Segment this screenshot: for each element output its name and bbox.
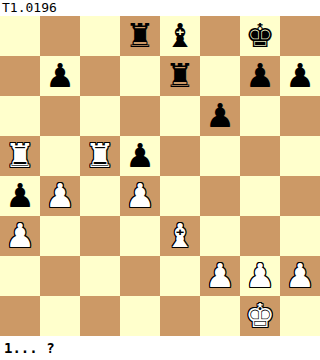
square-g6[interactable]: [240, 96, 280, 136]
white-pawn[interactable]: ♟: [5, 216, 35, 256]
square-e7[interactable]: ♜: [160, 56, 200, 96]
square-g1[interactable]: ♚: [240, 296, 280, 336]
square-b8[interactable]: [40, 16, 80, 56]
square-d5[interactable]: ♟: [120, 136, 160, 176]
square-a5[interactable]: ♜: [0, 136, 40, 176]
square-h4[interactable]: [280, 176, 320, 216]
square-a6[interactable]: [0, 96, 40, 136]
square-e5[interactable]: [160, 136, 200, 176]
square-b7[interactable]: ♟: [40, 56, 80, 96]
white-king[interactable]: ♚: [245, 296, 275, 336]
black-rook[interactable]: ♜: [165, 56, 195, 96]
chess-board: ♜♝♚♟♜♟♟♟♜♜♟♟♟♟♟♝♟♟♟♚: [0, 16, 320, 336]
square-f7[interactable]: [200, 56, 240, 96]
white-pawn[interactable]: ♟: [125, 176, 155, 216]
white-pawn[interactable]: ♟: [285, 256, 315, 296]
square-f5[interactable]: [200, 136, 240, 176]
square-a4[interactable]: ♟: [0, 176, 40, 216]
square-f8[interactable]: [200, 16, 240, 56]
black-king[interactable]: ♚: [245, 16, 275, 56]
square-c3[interactable]: [80, 216, 120, 256]
move-prompt: 1... ?: [0, 336, 320, 360]
black-pawn[interactable]: ♟: [5, 176, 35, 216]
white-rook[interactable]: ♜: [5, 136, 35, 176]
black-pawn[interactable]: ♟: [205, 96, 235, 136]
square-g4[interactable]: [240, 176, 280, 216]
black-rook[interactable]: ♜: [125, 16, 155, 56]
white-rook[interactable]: ♜: [85, 136, 115, 176]
square-d8[interactable]: ♜: [120, 16, 160, 56]
square-f1[interactable]: [200, 296, 240, 336]
black-pawn[interactable]: ♟: [245, 56, 275, 96]
black-bishop[interactable]: ♝: [165, 16, 195, 56]
square-e3[interactable]: ♝: [160, 216, 200, 256]
square-h6[interactable]: [280, 96, 320, 136]
square-b6[interactable]: [40, 96, 80, 136]
square-d2[interactable]: [120, 256, 160, 296]
square-c8[interactable]: [80, 16, 120, 56]
square-d7[interactable]: [120, 56, 160, 96]
white-pawn[interactable]: ♟: [205, 256, 235, 296]
square-c2[interactable]: [80, 256, 120, 296]
square-b4[interactable]: ♟: [40, 176, 80, 216]
square-h7[interactable]: ♟: [280, 56, 320, 96]
black-pawn[interactable]: ♟: [125, 136, 155, 176]
square-g2[interactable]: ♟: [240, 256, 280, 296]
square-e4[interactable]: [160, 176, 200, 216]
white-bishop[interactable]: ♝: [165, 216, 195, 256]
square-d3[interactable]: [120, 216, 160, 256]
square-d4[interactable]: ♟: [120, 176, 160, 216]
square-f2[interactable]: ♟: [200, 256, 240, 296]
square-a1[interactable]: [0, 296, 40, 336]
square-f6[interactable]: ♟: [200, 96, 240, 136]
square-g8[interactable]: ♚: [240, 16, 280, 56]
square-g7[interactable]: ♟: [240, 56, 280, 96]
square-h8[interactable]: [280, 16, 320, 56]
square-e8[interactable]: ♝: [160, 16, 200, 56]
square-a2[interactable]: [0, 256, 40, 296]
square-c4[interactable]: [80, 176, 120, 216]
white-pawn[interactable]: ♟: [45, 176, 75, 216]
square-c1[interactable]: [80, 296, 120, 336]
square-b1[interactable]: [40, 296, 80, 336]
square-b3[interactable]: [40, 216, 80, 256]
square-a7[interactable]: [0, 56, 40, 96]
square-d6[interactable]: [120, 96, 160, 136]
square-h5[interactable]: [280, 136, 320, 176]
puzzle-id-label: T1.0196: [0, 0, 320, 16]
square-h1[interactable]: [280, 296, 320, 336]
square-g5[interactable]: [240, 136, 280, 176]
square-e1[interactable]: [160, 296, 200, 336]
square-g3[interactable]: [240, 216, 280, 256]
square-b5[interactable]: [40, 136, 80, 176]
square-c7[interactable]: [80, 56, 120, 96]
square-f3[interactable]: [200, 216, 240, 256]
square-d1[interactable]: [120, 296, 160, 336]
black-pawn[interactable]: ♟: [285, 56, 315, 96]
square-a3[interactable]: ♟: [0, 216, 40, 256]
black-pawn[interactable]: ♟: [45, 56, 75, 96]
square-a8[interactable]: [0, 16, 40, 56]
square-h2[interactable]: ♟: [280, 256, 320, 296]
white-pawn[interactable]: ♟: [245, 256, 275, 296]
square-b2[interactable]: [40, 256, 80, 296]
square-h3[interactable]: [280, 216, 320, 256]
square-c6[interactable]: [80, 96, 120, 136]
square-c5[interactable]: ♜: [80, 136, 120, 176]
square-e6[interactable]: [160, 96, 200, 136]
square-f4[interactable]: [200, 176, 240, 216]
square-e2[interactable]: [160, 256, 200, 296]
